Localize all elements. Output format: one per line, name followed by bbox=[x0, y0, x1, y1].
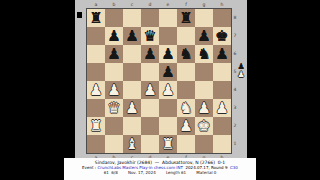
black-to-move-indicator bbox=[77, 12, 82, 18]
square-e6[interactable]: ♟ bbox=[159, 45, 177, 63]
black-rook-icon: ♜ bbox=[89, 9, 102, 27]
square-g6[interactable]: ♞ bbox=[195, 45, 213, 63]
square-h1[interactable] bbox=[213, 135, 231, 153]
rank-label-4: 4 bbox=[232, 81, 238, 99]
square-d2[interactable] bbox=[141, 117, 159, 135]
square-b8[interactable] bbox=[105, 9, 123, 27]
black-pawn-icon: ♟ bbox=[197, 27, 210, 45]
square-h5[interactable] bbox=[213, 63, 231, 81]
square-g7[interactable]: ♟ bbox=[195, 27, 213, 45]
square-h6[interactable]: ♟ bbox=[213, 45, 231, 63]
black-pawn-icon: ♟ bbox=[215, 45, 228, 63]
square-b4[interactable]: ♟ bbox=[105, 81, 123, 99]
event-label: Event : bbox=[82, 165, 97, 170]
square-d6[interactable]: ♟ bbox=[141, 45, 159, 63]
square-c7[interactable]: ♟ bbox=[123, 27, 141, 45]
rank-label-2: 2 bbox=[232, 117, 238, 135]
square-b3[interactable]: ♛ bbox=[105, 99, 123, 117]
white-pawn-icon: ♟ bbox=[179, 117, 192, 135]
square-g3[interactable]: ♟ bbox=[195, 99, 213, 117]
square-g2[interactable]: ♚ bbox=[195, 117, 213, 135]
square-f8[interactable]: ♜ bbox=[177, 9, 195, 27]
square-h4[interactable] bbox=[213, 81, 231, 99]
white-pawn-icon: ♟ bbox=[125, 99, 138, 117]
black-pawn-icon: ♟ bbox=[161, 63, 174, 81]
square-d1[interactable] bbox=[141, 135, 159, 153]
white-rook-icon: ♜ bbox=[161, 135, 174, 153]
white-pawn-icon: ♟ bbox=[107, 81, 120, 99]
chess-board: ♜♜♟♟♛♟♚♟♟♟♞♞♟♟♟♟♟♟♛♟♞♟♟♜♟♚♝♜ bbox=[86, 8, 232, 154]
square-g4[interactable] bbox=[195, 81, 213, 99]
white-pawn-icon: ♟ bbox=[143, 81, 156, 99]
square-h8[interactable] bbox=[213, 9, 231, 27]
square-e8[interactable] bbox=[159, 9, 177, 27]
material-indicator: ♟♟ bbox=[236, 63, 246, 79]
rank-label-3: 3 bbox=[232, 99, 238, 117]
file-label-f: f bbox=[177, 2, 195, 7]
square-g5[interactable] bbox=[195, 63, 213, 81]
white-rook-icon: ♜ bbox=[89, 117, 102, 135]
white-pawn-icon: ♟ bbox=[236, 71, 246, 79]
square-e1[interactable]: ♜ bbox=[159, 135, 177, 153]
square-e3[interactable] bbox=[159, 99, 177, 117]
square-d3[interactable] bbox=[141, 99, 159, 117]
black-queen-icon: ♛ bbox=[143, 27, 156, 45]
file-label-c: c bbox=[123, 2, 141, 7]
black-king-icon: ♚ bbox=[215, 27, 228, 45]
black-pawn-icon: ♟ bbox=[143, 45, 156, 63]
square-c8[interactable] bbox=[123, 9, 141, 27]
file-label-h: h bbox=[213, 2, 231, 7]
square-e4[interactable]: ♟ bbox=[159, 81, 177, 99]
square-e2[interactable] bbox=[159, 117, 177, 135]
square-c5[interactable] bbox=[123, 63, 141, 81]
square-b6[interactable]: ♟ bbox=[105, 45, 123, 63]
square-d5[interactable] bbox=[141, 63, 159, 81]
square-h3[interactable]: ♟ bbox=[213, 99, 231, 117]
square-f4[interactable] bbox=[177, 81, 195, 99]
white-pawn-icon: ♟ bbox=[197, 99, 210, 117]
player-names: Sindarov, Javokhir (2684) — Abdusattorov… bbox=[95, 160, 215, 165]
black-pawn-icon: ♟ bbox=[107, 27, 120, 45]
square-a3[interactable] bbox=[87, 99, 105, 117]
square-b5[interactable] bbox=[105, 63, 123, 81]
square-a2[interactable]: ♜ bbox=[87, 117, 105, 135]
square-g1[interactable] bbox=[195, 135, 213, 153]
square-e5[interactable]: ♟ bbox=[159, 63, 177, 81]
meta-line: 61 6/8 Nov. 17, 2024 Length 61 Material … bbox=[64, 170, 256, 175]
black-knight-icon: ♞ bbox=[197, 45, 210, 63]
square-c2[interactable] bbox=[123, 117, 141, 135]
square-f5[interactable] bbox=[177, 63, 195, 81]
white-pawn-icon: ♟ bbox=[161, 81, 174, 99]
square-f2[interactable]: ♟ bbox=[177, 117, 195, 135]
square-d7[interactable]: ♛ bbox=[141, 27, 159, 45]
white-pawn-icon: ♟ bbox=[89, 81, 102, 99]
white-knight-icon: ♞ bbox=[179, 99, 192, 117]
square-f3[interactable]: ♞ bbox=[177, 99, 195, 117]
square-c3[interactable]: ♟ bbox=[123, 99, 141, 117]
black-pawn-icon: ♟ bbox=[107, 45, 120, 63]
square-f7[interactable] bbox=[177, 27, 195, 45]
rank-label-7: 7 bbox=[232, 27, 238, 45]
square-d4[interactable]: ♟ bbox=[141, 81, 159, 99]
file-label-a: a bbox=[87, 2, 105, 7]
rank-label-8: 8 bbox=[232, 9, 238, 27]
file-label-d: d bbox=[141, 2, 159, 7]
black-knight-icon: ♞ bbox=[179, 45, 192, 63]
white-bishop-icon: ♝ bbox=[125, 135, 138, 153]
square-h7[interactable]: ♚ bbox=[213, 27, 231, 45]
game-result: 0-1 bbox=[215, 160, 225, 165]
black-rook-icon: ♜ bbox=[179, 9, 192, 27]
screenshot: ♜♜♟♟♛♟♚♟♟♟♞♞♟♟♟♟♟♟♛♟♞♟♟♜♟♚♝♜ abcdefgh ab… bbox=[0, 0, 320, 180]
square-c1[interactable]: ♝ bbox=[123, 135, 141, 153]
square-c6[interactable] bbox=[123, 45, 141, 63]
square-f6[interactable]: ♞ bbox=[177, 45, 195, 63]
black-pawn-icon: ♟ bbox=[161, 45, 174, 63]
rank-label-1: 1 bbox=[232, 135, 238, 153]
square-h2[interactable] bbox=[213, 117, 231, 135]
square-b1[interactable] bbox=[105, 135, 123, 153]
file-label-b: b bbox=[105, 2, 123, 7]
square-a1[interactable] bbox=[87, 135, 105, 153]
square-b2[interactable] bbox=[105, 117, 123, 135]
square-a6[interactable] bbox=[87, 45, 105, 63]
square-a5[interactable] bbox=[87, 63, 105, 81]
square-d8[interactable] bbox=[141, 9, 159, 27]
square-c4[interactable] bbox=[123, 81, 141, 99]
rank-label-6: 6 bbox=[232, 45, 238, 63]
square-b7[interactable]: ♟ bbox=[105, 27, 123, 45]
file-label-e: e bbox=[159, 2, 177, 7]
square-f1[interactable] bbox=[177, 135, 195, 153]
square-a4[interactable]: ♟ bbox=[87, 81, 105, 99]
file-label-g: g bbox=[195, 2, 213, 7]
white-king-icon: ♚ bbox=[197, 117, 210, 135]
square-e7[interactable] bbox=[159, 27, 177, 45]
eco-code[interactable]: C30 bbox=[230, 165, 238, 170]
black-pawn-icon: ♟ bbox=[125, 27, 138, 45]
white-queen-icon: ♛ bbox=[107, 99, 120, 117]
white-pawn-icon: ♟ bbox=[215, 99, 228, 117]
game-info-footer: Sindarov, Javokhir (2684) — Abdusattorov… bbox=[64, 158, 256, 180]
square-a7[interactable] bbox=[87, 27, 105, 45]
square-a8[interactable]: ♜ bbox=[87, 9, 105, 27]
square-g8[interactable] bbox=[195, 9, 213, 27]
